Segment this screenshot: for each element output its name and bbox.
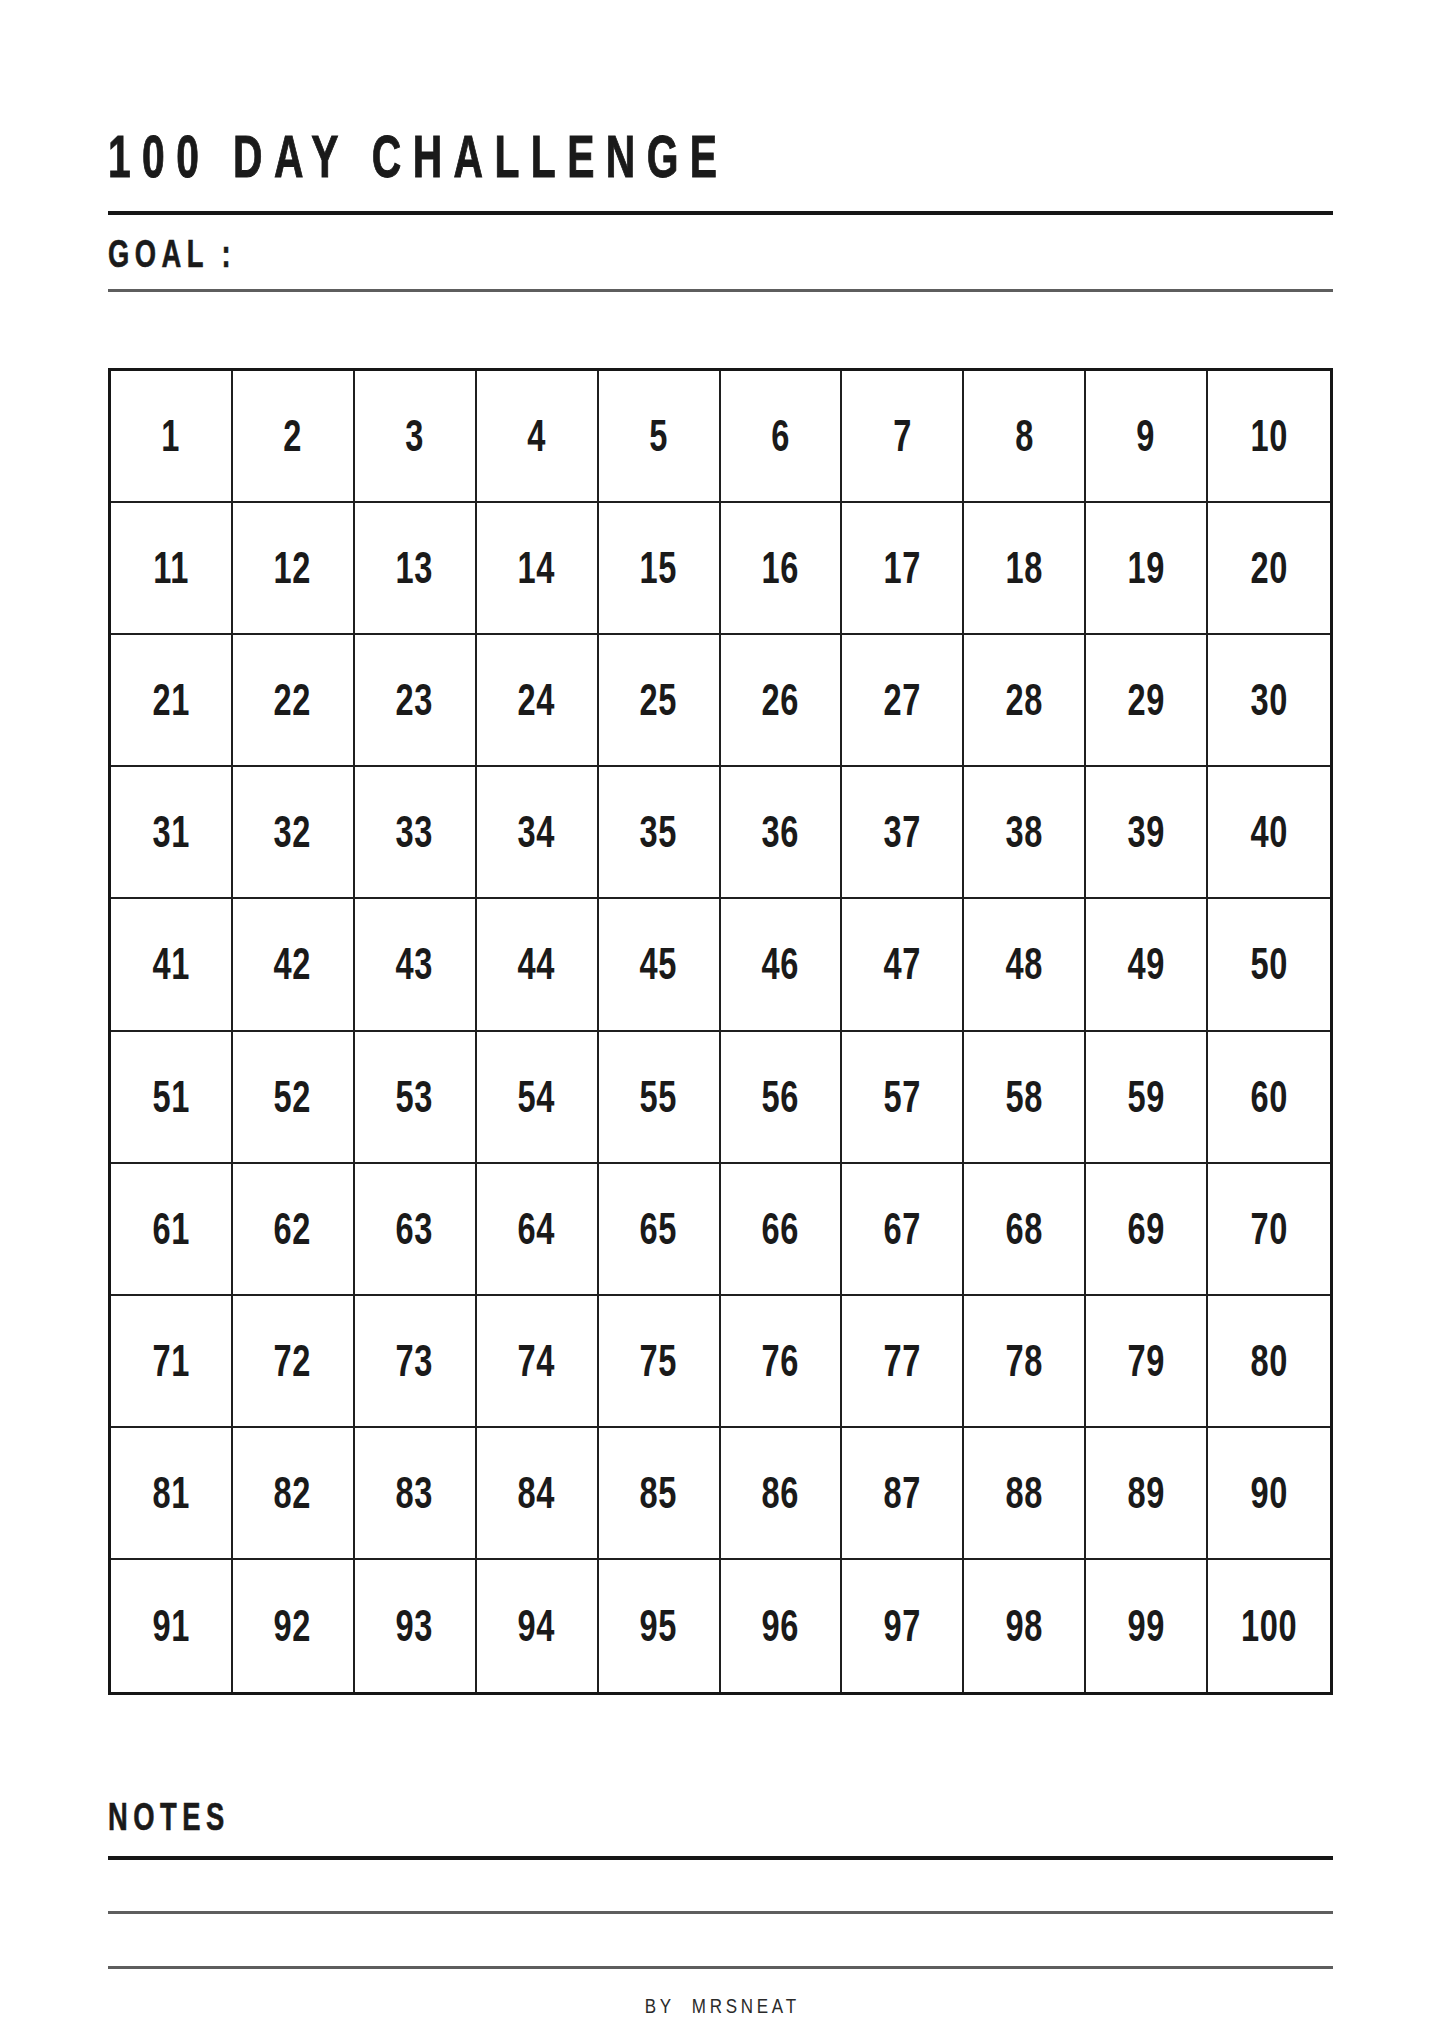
challenge-grid: 1234567891011121314151617181920212223242… [108, 368, 1333, 1695]
grid-cell-number: 96 [762, 1604, 800, 1648]
grid-cell-day-4[interactable]: 4 [477, 371, 599, 503]
grid-cell-number: 49 [1127, 942, 1165, 986]
grid-cell-number: 83 [396, 1471, 434, 1515]
grid-cell-day-2[interactable]: 2 [233, 371, 355, 503]
grid-cell-number: 47 [884, 942, 922, 986]
grid-cell-number: 77 [884, 1339, 922, 1383]
footer: BY MRSNEAT [0, 1996, 1445, 2017]
grid-cell-number: 54 [518, 1075, 556, 1119]
grid-cell-number: 100 [1241, 1604, 1297, 1648]
grid-cell-day-9[interactable]: 9 [1086, 371, 1208, 503]
grid-cell-number: 52 [274, 1075, 312, 1119]
grid-cell-number: 32 [274, 810, 312, 854]
grid-cell-day-41[interactable]: 41 [111, 899, 233, 1031]
grid-cell-day-15[interactable]: 15 [599, 503, 721, 635]
grid-cell-number: 12 [274, 546, 312, 590]
grid-cell-number: 57 [884, 1075, 922, 1119]
grid-cell-number: 68 [1005, 1207, 1043, 1251]
grid-cell-day-63[interactable]: 63 [355, 1164, 477, 1296]
grid-cell-day-76[interactable]: 76 [721, 1296, 843, 1428]
grid-cell-day-33[interactable]: 33 [355, 767, 477, 899]
grid-cell-day-99[interactable]: 99 [1086, 1560, 1208, 1692]
grid-cell-day-42[interactable]: 42 [233, 899, 355, 1031]
grid-cell-number: 78 [1005, 1339, 1043, 1383]
grid-cell-number: 22 [274, 678, 312, 722]
grid-cell-day-30[interactable]: 30 [1208, 635, 1330, 767]
grid-cell-day-51[interactable]: 51 [111, 1032, 233, 1164]
grid-cell-number: 60 [1250, 1075, 1288, 1119]
grid-cell-number: 23 [396, 678, 434, 722]
grid-cell-day-38[interactable]: 38 [964, 767, 1086, 899]
grid-cell-day-24[interactable]: 24 [477, 635, 599, 767]
grid-cell-number: 13 [396, 546, 434, 590]
grid-cell-number: 6 [771, 414, 790, 458]
grid-cell-number: 67 [884, 1207, 922, 1251]
grid-cell-day-14[interactable]: 14 [477, 503, 599, 635]
grid-cell-day-77[interactable]: 77 [842, 1296, 964, 1428]
grid-cell-day-62[interactable]: 62 [233, 1164, 355, 1296]
notes-input-line-1[interactable] [108, 1911, 1333, 1914]
grid-cell-number: 30 [1250, 678, 1288, 722]
grid-cell-number: 76 [762, 1339, 800, 1383]
grid-cell-number: 27 [884, 678, 922, 722]
grid-cell-number: 55 [640, 1075, 678, 1119]
grid-cell-number: 74 [518, 1339, 556, 1383]
grid-cell-day-20[interactable]: 20 [1208, 503, 1330, 635]
grid-cell-day-86[interactable]: 86 [721, 1428, 843, 1560]
grid-cell-day-65[interactable]: 65 [599, 1164, 721, 1296]
grid-cell-day-56[interactable]: 56 [721, 1032, 843, 1164]
grid-cell-day-35[interactable]: 35 [599, 767, 721, 899]
grid-cell-number: 26 [762, 678, 800, 722]
grid-cell-number: 4 [527, 414, 546, 458]
grid-cell-day-67[interactable]: 67 [842, 1164, 964, 1296]
grid-cell-day-87[interactable]: 87 [842, 1428, 964, 1560]
grid-cell-day-31[interactable]: 31 [111, 767, 233, 899]
grid-cell-day-13[interactable]: 13 [355, 503, 477, 635]
grid-cell-number: 46 [762, 942, 800, 986]
grid-cell-day-43[interactable]: 43 [355, 899, 477, 1031]
grid-cell-day-81[interactable]: 81 [111, 1428, 233, 1560]
grid-cell-number: 62 [274, 1207, 312, 1251]
grid-cell-day-25[interactable]: 25 [599, 635, 721, 767]
grid-cell-day-6[interactable]: 6 [721, 371, 843, 503]
grid-cell-day-40[interactable]: 40 [1208, 767, 1330, 899]
grid-cell-day-100[interactable]: 100 [1208, 1560, 1330, 1692]
grid-cell-number: 15 [640, 546, 678, 590]
grid-cell-number: 65 [640, 1207, 678, 1251]
grid-cell-day-36[interactable]: 36 [721, 767, 843, 899]
grid-cell-number: 72 [274, 1339, 312, 1383]
grid-cell-day-52[interactable]: 52 [233, 1032, 355, 1164]
grid-cell-day-97[interactable]: 97 [842, 1560, 964, 1692]
grid-cell-number: 39 [1127, 810, 1165, 854]
grid-cell-number: 2 [283, 414, 302, 458]
grid-cell-day-96[interactable]: 96 [721, 1560, 843, 1692]
grid-cell-day-5[interactable]: 5 [599, 371, 721, 503]
grid-cell-day-59[interactable]: 59 [1086, 1032, 1208, 1164]
footer-credit: BY MRSNEAT [645, 1996, 800, 2016]
grid-cell-day-16[interactable]: 16 [721, 503, 843, 635]
grid-cell-day-29[interactable]: 29 [1086, 635, 1208, 767]
grid-cell-number: 10 [1250, 414, 1288, 458]
grid-cell-number: 84 [518, 1471, 556, 1515]
grid-cell-number: 44 [518, 942, 556, 986]
grid-cell-number: 16 [762, 546, 800, 590]
grid-cell-number: 61 [152, 1207, 190, 1251]
grid-cell-number: 58 [1005, 1075, 1043, 1119]
grid-cell-number: 51 [152, 1075, 190, 1119]
grid-cell-day-91[interactable]: 91 [111, 1560, 233, 1692]
grid-cell-day-46[interactable]: 46 [721, 899, 843, 1031]
grid-cell-number: 19 [1127, 546, 1165, 590]
grid-cell-day-45[interactable]: 45 [599, 899, 721, 1031]
grid-cell-number: 73 [396, 1339, 434, 1383]
grid-cell-number: 48 [1005, 942, 1043, 986]
grid-cell-day-34[interactable]: 34 [477, 767, 599, 899]
grid-cell-day-32[interactable]: 32 [233, 767, 355, 899]
grid-cell-number: 41 [152, 942, 190, 986]
grid-cell-number: 87 [884, 1471, 922, 1515]
grid-cell-day-7[interactable]: 7 [842, 371, 964, 503]
grid-cell-day-37[interactable]: 37 [842, 767, 964, 899]
grid-cell-day-94[interactable]: 94 [477, 1560, 599, 1692]
grid-cell-day-19[interactable]: 19 [1086, 503, 1208, 635]
grid-cell-number: 9 [1137, 414, 1156, 458]
grid-cell-number: 91 [152, 1604, 190, 1648]
grid-cell-number: 64 [518, 1207, 556, 1251]
goal-input-line[interactable] [108, 289, 1333, 292]
grid-cell-day-68[interactable]: 68 [964, 1164, 1086, 1296]
title-divider [108, 211, 1333, 215]
grid-cell-number: 24 [518, 678, 556, 722]
grid-cell-day-79[interactable]: 79 [1086, 1296, 1208, 1428]
grid-cell-number: 56 [762, 1075, 800, 1119]
grid-cell-number: 93 [396, 1604, 434, 1648]
grid-cell-number: 97 [884, 1604, 922, 1648]
page-title: 100 DAY CHALLENGE [108, 127, 728, 187]
grid-cell-day-89[interactable]: 89 [1086, 1428, 1208, 1560]
grid-cell-day-84[interactable]: 84 [477, 1428, 599, 1560]
grid-cell-number: 94 [518, 1604, 556, 1648]
grid-cell-number: 14 [518, 546, 556, 590]
grid-cell-number: 35 [640, 810, 678, 854]
grid-cell-number: 79 [1127, 1339, 1165, 1383]
grid-cell-number: 5 [649, 414, 668, 458]
grid-cell-number: 7 [893, 414, 912, 458]
grid-cell-day-66[interactable]: 66 [721, 1164, 843, 1296]
grid-cell-number: 98 [1005, 1604, 1043, 1648]
grid-cell-number: 92 [274, 1604, 312, 1648]
grid-cell-day-60[interactable]: 60 [1208, 1032, 1330, 1164]
grid-cell-day-58[interactable]: 58 [964, 1032, 1086, 1164]
grid-cell-day-1[interactable]: 1 [111, 371, 233, 503]
grid-cell-day-64[interactable]: 64 [477, 1164, 599, 1296]
grid-cell-number: 59 [1127, 1075, 1165, 1119]
grid-cell-day-21[interactable]: 21 [111, 635, 233, 767]
grid-cell-day-17[interactable]: 17 [842, 503, 964, 635]
grid-cell-number: 20 [1250, 546, 1288, 590]
grid-cell-number: 31 [152, 810, 190, 854]
grid-cell-number: 34 [518, 810, 556, 854]
grid-cell-day-69[interactable]: 69 [1086, 1164, 1208, 1296]
grid-cell-number: 95 [640, 1604, 678, 1648]
grid-cell-number: 25 [640, 678, 678, 722]
grid-cell-day-48[interactable]: 48 [964, 899, 1086, 1031]
grid-cell-day-82[interactable]: 82 [233, 1428, 355, 1560]
grid-cell-number: 18 [1005, 546, 1043, 590]
grid-cell-day-72[interactable]: 72 [233, 1296, 355, 1428]
grid-cell-number: 42 [274, 942, 312, 986]
grid-cell-number: 3 [405, 414, 424, 458]
grid-cell-number: 99 [1127, 1604, 1165, 1648]
grid-cell-number: 80 [1250, 1339, 1288, 1383]
grid-cell-number: 29 [1127, 678, 1165, 722]
page: 100 DAY CHALLENGE GOAL : 123456789101112… [0, 0, 1445, 2043]
grid-cell-day-98[interactable]: 98 [964, 1560, 1086, 1692]
grid-cell-day-70[interactable]: 70 [1208, 1164, 1330, 1296]
grid-cell-number: 82 [274, 1471, 312, 1515]
grid-cell-day-47[interactable]: 47 [842, 899, 964, 1031]
grid-cell-day-11[interactable]: 11 [111, 503, 233, 635]
grid-cell-day-12[interactable]: 12 [233, 503, 355, 635]
grid-cell-number: 40 [1250, 810, 1288, 854]
grid-cell-number: 69 [1127, 1207, 1165, 1251]
grid-cell-day-39[interactable]: 39 [1086, 767, 1208, 899]
grid-cell-number: 90 [1250, 1471, 1288, 1515]
grid-cell-day-83[interactable]: 83 [355, 1428, 477, 1560]
goal-label: GOAL : [108, 235, 236, 273]
grid-cell-number: 43 [396, 942, 434, 986]
grid-cell-day-10[interactable]: 10 [1208, 371, 1330, 503]
grid-cell-day-22[interactable]: 22 [233, 635, 355, 767]
grid-cell-number: 88 [1005, 1471, 1043, 1515]
notes-divider [108, 1856, 1333, 1860]
grid-cell-number: 70 [1250, 1207, 1288, 1251]
grid-cell-number: 85 [640, 1471, 678, 1515]
grid-cell-number: 89 [1127, 1471, 1165, 1515]
grid-cell-day-88[interactable]: 88 [964, 1428, 1086, 1560]
grid-cell-day-26[interactable]: 26 [721, 635, 843, 767]
grid-cell-number: 36 [762, 810, 800, 854]
grid-cell-day-93[interactable]: 93 [355, 1560, 477, 1692]
grid-cell-day-85[interactable]: 85 [599, 1428, 721, 1560]
grid-cell-day-92[interactable]: 92 [233, 1560, 355, 1692]
grid-cell-number: 86 [762, 1471, 800, 1515]
notes-input-line-2[interactable] [108, 1966, 1333, 1969]
grid-cell-day-27[interactable]: 27 [842, 635, 964, 767]
grid-cell-number: 75 [640, 1339, 678, 1383]
grid-cell-day-90[interactable]: 90 [1208, 1428, 1330, 1560]
grid-cell-day-28[interactable]: 28 [964, 635, 1086, 767]
grid-cell-number: 11 [153, 546, 189, 590]
grid-cell-day-44[interactable]: 44 [477, 899, 599, 1031]
grid-cell-day-75[interactable]: 75 [599, 1296, 721, 1428]
grid-cell-day-8[interactable]: 8 [964, 371, 1086, 503]
grid-cell-day-23[interactable]: 23 [355, 635, 477, 767]
grid-cell-number: 21 [152, 678, 190, 722]
grid-cell-day-71[interactable]: 71 [111, 1296, 233, 1428]
grid-cell-number: 71 [152, 1339, 190, 1383]
grid-cell-day-95[interactable]: 95 [599, 1560, 721, 1692]
grid-cell-day-49[interactable]: 49 [1086, 899, 1208, 1031]
grid-cell-day-80[interactable]: 80 [1208, 1296, 1330, 1428]
grid-cell-day-55[interactable]: 55 [599, 1032, 721, 1164]
grid-cell-day-3[interactable]: 3 [355, 371, 477, 503]
grid-cell-number: 17 [884, 546, 922, 590]
grid-cell-number: 38 [1005, 810, 1043, 854]
grid-cell-day-18[interactable]: 18 [964, 503, 1086, 635]
grid-cell-number: 1 [162, 414, 181, 458]
grid-cell-number: 33 [396, 810, 434, 854]
grid-cell-number: 37 [884, 810, 922, 854]
grid-cell-number: 81 [152, 1471, 190, 1515]
grid-cell-day-57[interactable]: 57 [842, 1032, 964, 1164]
grid-cell-number: 28 [1005, 678, 1043, 722]
grid-cell-day-74[interactable]: 74 [477, 1296, 599, 1428]
grid-cell-day-50[interactable]: 50 [1208, 899, 1330, 1031]
grid-cell-number: 50 [1250, 942, 1288, 986]
notes-label: NOTES [108, 1798, 230, 1836]
grid-cell-day-73[interactable]: 73 [355, 1296, 477, 1428]
grid-cell-number: 45 [640, 942, 678, 986]
grid-cell-number: 8 [1015, 414, 1034, 458]
grid-cell-number: 63 [396, 1207, 434, 1251]
grid-cell-number: 66 [762, 1207, 800, 1251]
grid-cell-day-61[interactable]: 61 [111, 1164, 233, 1296]
grid-cell-number: 53 [396, 1075, 434, 1119]
grid-cell-day-78[interactable]: 78 [964, 1296, 1086, 1428]
grid-cell-day-54[interactable]: 54 [477, 1032, 599, 1164]
grid-cell-day-53[interactable]: 53 [355, 1032, 477, 1164]
